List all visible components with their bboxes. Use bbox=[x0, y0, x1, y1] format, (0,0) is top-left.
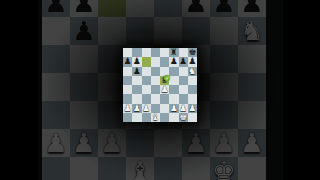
square-h6[interactable]: ♞ bbox=[188, 67, 197, 76]
square-d5[interactable] bbox=[151, 76, 160, 85]
square-b1[interactable] bbox=[132, 113, 141, 122]
square-a2[interactable]: ♟ bbox=[123, 104, 132, 113]
square-g7[interactable]: ♟ bbox=[179, 57, 188, 66]
square-a1[interactable] bbox=[123, 113, 132, 122]
square-d6[interactable] bbox=[151, 67, 160, 76]
left-black-bar bbox=[0, 0, 38, 180]
piece-white-pawn: ♟ bbox=[142, 104, 150, 113]
piece-black-pawn: ♟ bbox=[170, 57, 178, 66]
piece-white-pawn: ♟ bbox=[161, 85, 169, 94]
square-e7[interactable] bbox=[160, 57, 169, 66]
square-e8[interactable] bbox=[160, 48, 169, 57]
video-frame: ♜♚♟♟♟♟♟♟♞♛♟♟♟♟♟♟♟♝♚ ♜♚♟♟♟♟♟♟♞♛✓♟♟♟♟♟♟♟♝♚ bbox=[0, 0, 320, 180]
square-d4[interactable] bbox=[151, 85, 160, 94]
piece-white-king: ♚ bbox=[179, 113, 187, 122]
square-c2[interactable]: ♟ bbox=[142, 104, 151, 113]
square-e4[interactable]: ♟ bbox=[160, 85, 169, 94]
square-d1[interactable]: ♝ bbox=[151, 113, 160, 122]
square-c8[interactable] bbox=[142, 48, 151, 57]
piece-black-pawn: ♟ bbox=[179, 57, 187, 66]
square-a5[interactable] bbox=[123, 76, 132, 85]
square-d8[interactable] bbox=[151, 48, 160, 57]
square-e2[interactable] bbox=[160, 104, 169, 113]
square-g1[interactable]: ♚ bbox=[179, 113, 188, 122]
piece-black-pawn: ♟ bbox=[133, 67, 141, 76]
square-h5[interactable] bbox=[188, 76, 197, 85]
square-f7[interactable]: ♟ bbox=[169, 57, 178, 66]
piece-white-pawn: ♟ bbox=[188, 104, 196, 113]
square-f5[interactable] bbox=[169, 76, 178, 85]
square-a7[interactable]: ♟ bbox=[123, 57, 132, 66]
square-e3[interactable] bbox=[160, 94, 169, 103]
piece-white-pawn: ♟ bbox=[170, 104, 178, 113]
square-d7[interactable] bbox=[151, 57, 160, 66]
square-f4[interactable] bbox=[169, 85, 178, 94]
chess-board: ♜♚♟♟♟♟♟♟♞♛✓♟♟♟♟♟♟♟♝♚ bbox=[123, 48, 197, 122]
piece-white-knight: ♞ bbox=[188, 67, 196, 76]
square-f2[interactable]: ♟ bbox=[169, 104, 178, 113]
square-c1[interactable] bbox=[142, 113, 151, 122]
square-h2[interactable]: ♟ bbox=[188, 104, 197, 113]
piece-white-pawn: ♟ bbox=[133, 104, 141, 113]
square-g4[interactable] bbox=[179, 85, 188, 94]
square-d3[interactable] bbox=[151, 94, 160, 103]
square-a6[interactable] bbox=[123, 67, 132, 76]
square-c5[interactable] bbox=[142, 76, 151, 85]
square-b4[interactable] bbox=[132, 85, 141, 94]
right-black-bar bbox=[283, 0, 320, 180]
square-b5[interactable] bbox=[132, 76, 141, 85]
square-g6[interactable] bbox=[179, 67, 188, 76]
piece-black-pawn: ♟ bbox=[124, 57, 132, 66]
square-c6[interactable] bbox=[142, 67, 151, 76]
correct-move-badge: ✓ bbox=[164, 75, 170, 81]
square-a4[interactable] bbox=[123, 85, 132, 94]
square-e1[interactable] bbox=[160, 113, 169, 122]
square-h1[interactable] bbox=[188, 113, 197, 122]
square-g5[interactable] bbox=[179, 76, 188, 85]
square-h4[interactable] bbox=[188, 85, 197, 94]
square-f6[interactable] bbox=[169, 67, 178, 76]
square-c4[interactable] bbox=[142, 85, 151, 94]
square-f1[interactable] bbox=[169, 113, 178, 122]
square-b6[interactable]: ♟ bbox=[132, 67, 141, 76]
piece-white-pawn: ♟ bbox=[124, 104, 132, 113]
square-c7[interactable] bbox=[142, 57, 151, 66]
piece-white-bishop: ♝ bbox=[151, 113, 159, 122]
square-b2[interactable]: ♟ bbox=[132, 104, 141, 113]
